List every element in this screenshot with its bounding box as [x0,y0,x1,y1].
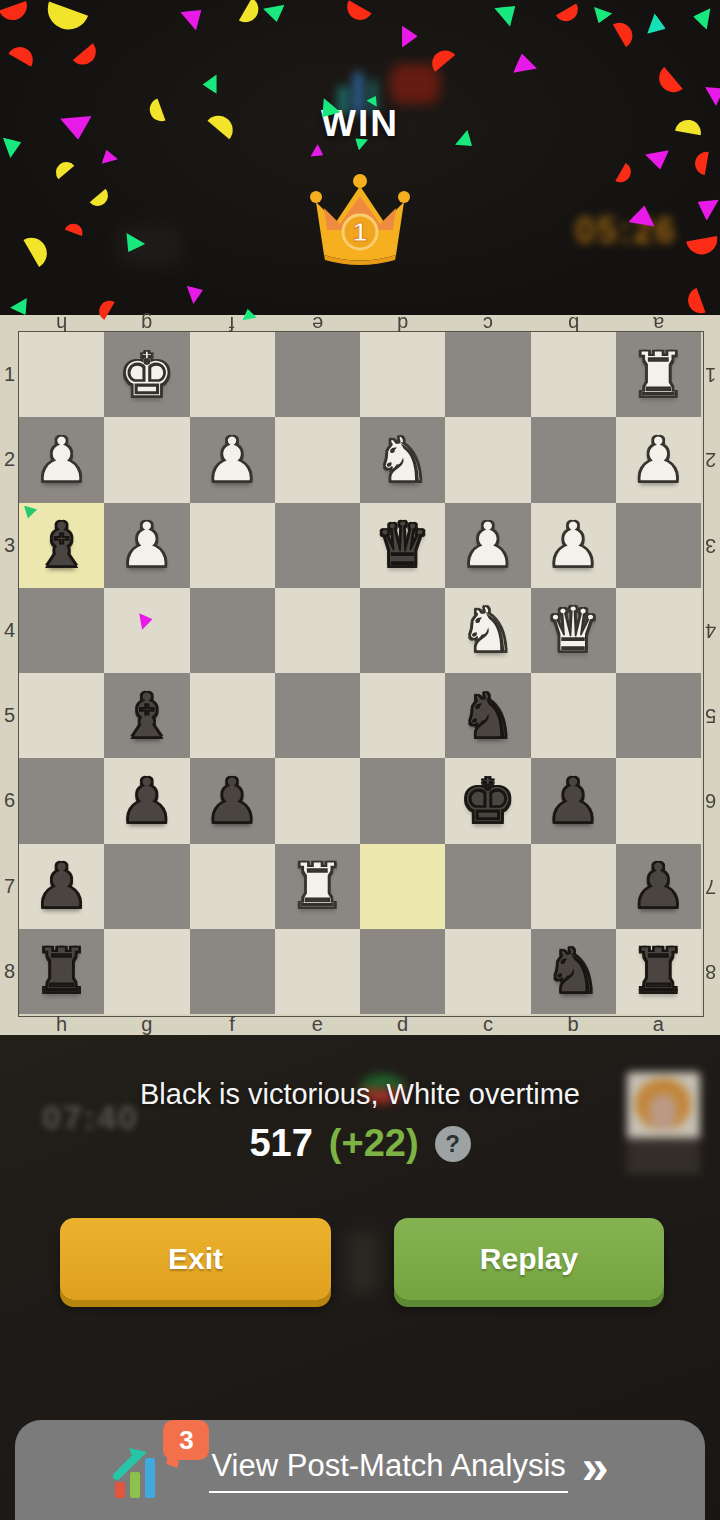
square-d5[interactable] [360,673,445,758]
piece-black-pawn: ♟ [545,770,601,832]
square-g7[interactable] [104,844,189,929]
post-match-analysis-banner[interactable]: 3 View Post-Match Analysis » [15,1420,705,1520]
piece-black-bishop: ♝ [34,514,90,576]
square-h5[interactable] [19,673,104,758]
file-label-top-e: e [275,315,360,332]
rank-label-right-8: 8 [701,929,720,1014]
square-b2[interactable] [531,417,616,502]
piece-white-pawn: ♟ [204,429,260,491]
piece-white-pawn: ♟ [460,514,516,576]
square-c3[interactable]: ♟ [445,503,530,588]
square-b1[interactable] [531,332,616,417]
square-a5[interactable] [616,673,701,758]
square-a1[interactable]: ♜ [616,332,701,417]
piece-black-rook: ♜ [34,940,90,1002]
square-g5[interactable]: ♝ [104,673,189,758]
rank-label-left-7: 7 [0,844,19,929]
blurred-timer-top: 05:26 [575,210,715,252]
analysis-chart-icon: 3 [111,1444,169,1502]
square-c2[interactable] [445,417,530,502]
square-b7[interactable] [531,844,616,929]
blurred-captured-pieces [118,226,182,266]
square-h2[interactable]: ♟ [19,417,104,502]
rank-label-right-3: 3 [701,503,720,588]
square-d4[interactable] [360,588,445,673]
square-e7[interactable]: ♜ [275,844,360,929]
square-g8[interactable] [104,929,189,1014]
rank-label-left-1: 1 [0,332,19,417]
square-a7[interactable]: ♟ [616,844,701,929]
rank-label-right-5: 5 [701,673,720,758]
rank-label-right-7: 7 [701,844,720,929]
square-e3[interactable] [275,503,360,588]
crown-icon: 1 [300,172,420,272]
square-e4[interactable] [275,588,360,673]
file-label-bottom-d: d [360,1014,445,1035]
piece-white-pawn: ♟ [631,429,687,491]
piece-black-knight: ♞ [460,685,516,747]
result-message: Black is victorious, White overtime [0,1078,720,1111]
square-h4[interactable] [19,588,104,673]
piece-black-bishop: ♝ [119,685,175,747]
blurred-background-icon [348,1232,378,1294]
square-a8[interactable]: ♜ [616,929,701,1014]
square-a6[interactable] [616,758,701,843]
square-f4[interactable] [190,588,275,673]
file-label-bottom-b: b [531,1014,616,1035]
piece-white-knight: ♞ [460,599,516,661]
piece-black-queen: ♛ [375,514,431,576]
square-h1[interactable] [19,332,104,417]
rating-value: 517 [249,1122,312,1165]
square-e6[interactable] [275,758,360,843]
file-label-bottom-g: g [104,1014,189,1035]
piece-black-knight: ♞ [545,940,601,1002]
rank-label-left-6: 6 [0,758,19,843]
help-icon[interactable]: ? [435,1126,471,1162]
rank-label-right-4: 4 [701,588,720,673]
square-f8[interactable] [190,929,275,1014]
square-h6[interactable] [19,758,104,843]
file-label-top-a: a [616,315,701,332]
square-f5[interactable] [190,673,275,758]
rank-label-right-1: 1 [701,332,720,417]
file-label-bottom-c: c [445,1014,530,1035]
file-label-top-g: g [104,315,189,332]
square-f1[interactable] [190,332,275,417]
square-c7[interactable] [445,844,530,929]
rank-label-left-2: 2 [0,417,19,502]
piece-white-rook: ♜ [290,855,346,917]
analysis-banner-label: View Post-Match Analysis [209,1448,567,1493]
square-g3[interactable]: ♟ [104,503,189,588]
square-a4[interactable] [616,588,701,673]
file-label-top-h: h [19,315,104,332]
square-d8[interactable] [360,929,445,1014]
square-d7[interactable] [360,844,445,929]
square-e5[interactable] [275,673,360,758]
piece-white-king: ♚ [119,344,175,406]
file-label-top-d: d [360,315,445,332]
square-c5[interactable]: ♞ [445,673,530,758]
square-g2[interactable] [104,417,189,502]
square-h8[interactable]: ♜ [19,929,104,1014]
square-h3[interactable]: ♝ [19,503,104,588]
square-e2[interactable] [275,417,360,502]
square-c6[interactable]: ♚ [445,758,530,843]
square-d3[interactable]: ♛ [360,503,445,588]
square-f7[interactable] [190,844,275,929]
piece-black-pawn: ♟ [34,855,90,917]
file-label-bottom-f: f [190,1014,275,1035]
crown-badge-number: 1 [353,217,367,247]
square-f3[interactable] [190,503,275,588]
file-label-top-f: f [190,315,275,332]
square-c4[interactable]: ♞ [445,588,530,673]
square-d1[interactable] [360,332,445,417]
replay-button[interactable]: Replay [394,1218,664,1300]
square-g4[interactable] [104,588,189,673]
piece-black-pawn: ♟ [119,770,175,832]
square-c1[interactable] [445,332,530,417]
square-d2[interactable]: ♞ [360,417,445,502]
square-b5[interactable] [531,673,616,758]
file-label-top-c: c [445,315,530,332]
file-label-bottom-e: e [275,1014,360,1035]
file-label-bottom-h: h [19,1014,104,1035]
piece-black-king: ♚ [460,770,516,832]
win-header: 05:26 WIN 1 [0,0,720,315]
rank-label-left-8: 8 [0,929,19,1014]
piece-black-rook: ♜ [631,940,687,1002]
rating-row: 517 (+22) ? [0,1122,720,1165]
piece-white-rook: ♜ [631,344,687,406]
square-b4[interactable]: ♛ [531,588,616,673]
square-e1[interactable] [275,332,360,417]
piece-white-pawn: ♟ [545,514,601,576]
square-a3[interactable] [616,503,701,588]
square-d6[interactable] [360,758,445,843]
square-f2[interactable]: ♟ [190,417,275,502]
piece-white-knight: ♞ [375,429,431,491]
square-f6[interactable]: ♟ [190,758,275,843]
rank-label-left-4: 4 [0,588,19,673]
file-label-top-b: b [531,315,616,332]
rank-label-right-2: 2 [701,417,720,502]
rating-change: (+22) [329,1122,419,1165]
square-c8[interactable] [445,929,530,1014]
win-title: WIN [0,103,720,145]
square-g6[interactable]: ♟ [104,758,189,843]
square-e8[interactable] [275,929,360,1014]
piece-black-pawn: ♟ [631,855,687,917]
rank-label-right-6: 6 [701,758,720,843]
chess-board: hgfedcba1♚♜12♟♟♞♟23♝♟♛♟♟34♞♛45♝♞56♟♟♚♟67… [0,315,720,1035]
square-g1[interactable]: ♚ [104,332,189,417]
file-label-bottom-a: a [616,1014,701,1035]
square-h7[interactable]: ♟ [19,844,104,929]
double-chevron-icon: » [582,1443,609,1491]
square-b8[interactable]: ♞ [531,929,616,1014]
piece-black-pawn: ♟ [204,770,260,832]
piece-white-pawn: ♟ [34,429,90,491]
square-a2[interactable]: ♟ [616,417,701,502]
piece-white-queen: ♛ [545,599,601,661]
blurred-background-shape [390,64,440,104]
square-b6[interactable]: ♟ [531,758,616,843]
rank-label-left-5: 5 [0,673,19,758]
square-b3[interactable]: ♟ [531,503,616,588]
rank-label-left-3: 3 [0,503,19,588]
exit-button[interactable]: Exit [60,1218,331,1300]
notification-badge: 3 [163,1420,209,1460]
piece-white-pawn: ♟ [119,514,175,576]
